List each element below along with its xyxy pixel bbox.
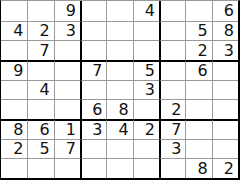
cell-r8c4[interactable]	[80, 139, 106, 159]
cell-r3c3[interactable]	[54, 40, 80, 60]
cell-r2c6[interactable]	[133, 21, 159, 41]
cell-r2c7[interactable]	[159, 21, 185, 41]
cell-r4c6[interactable]: 5	[133, 60, 159, 80]
cell-r4c7[interactable]	[159, 60, 185, 80]
cell-r4c5[interactable]	[106, 60, 132, 80]
cell-r9c7[interactable]	[159, 158, 185, 178]
cell-r7c3[interactable]: 1	[54, 119, 80, 139]
cell-r8c6[interactable]	[133, 139, 159, 159]
cell-r1c2[interactable]	[27, 1, 53, 21]
cell-r4c2[interactable]	[27, 60, 53, 80]
cell-r6c8[interactable]	[185, 99, 211, 119]
cell-r1c3[interactable]: 9	[54, 1, 80, 21]
cell-r4c3[interactable]	[54, 60, 80, 80]
cell-r7c5[interactable]: 4	[106, 119, 132, 139]
cell-r5c9[interactable]	[212, 80, 238, 100]
cell-r7c4[interactable]: 3	[80, 119, 106, 139]
cell-r8c3[interactable]: 7	[54, 139, 80, 159]
cell-r2c9[interactable]: 8	[212, 21, 238, 41]
cell-r2c3[interactable]: 3	[54, 21, 80, 41]
sudoku-board: 946423587239756436828613427257382	[0, 0, 240, 180]
cell-r2c4[interactable]	[80, 21, 106, 41]
cell-r8c5[interactable]	[106, 139, 132, 159]
sudoku-puzzle: 946423587239756436828613427257382	[0, 0, 240, 180]
cell-r5c4[interactable]	[80, 80, 106, 100]
cell-r5c8[interactable]	[185, 80, 211, 100]
cell-r6c9[interactable]	[212, 99, 238, 119]
cell-r8c8[interactable]	[185, 139, 211, 159]
cell-r9c6[interactable]	[133, 158, 159, 178]
cell-r7c8[interactable]	[185, 119, 211, 139]
cell-r7c2[interactable]: 6	[27, 119, 53, 139]
cell-r5c1[interactable]	[1, 80, 27, 100]
cell-r7c7[interactable]: 7	[159, 119, 185, 139]
cell-r9c9[interactable]: 2	[212, 158, 238, 178]
cell-r3c6[interactable]	[133, 40, 159, 60]
cell-r9c4[interactable]	[80, 158, 106, 178]
cell-r7c9[interactable]	[212, 119, 238, 139]
cell-r1c5[interactable]	[106, 1, 132, 21]
cell-r6c3[interactable]	[54, 99, 80, 119]
cell-r4c1[interactable]: 9	[1, 60, 27, 80]
cell-r8c2[interactable]: 5	[27, 139, 53, 159]
cell-r9c2[interactable]	[27, 158, 53, 178]
cell-r5c3[interactable]	[54, 80, 80, 100]
cell-r3c2[interactable]: 7	[27, 40, 53, 60]
cell-r1c6[interactable]: 4	[133, 1, 159, 21]
cell-r9c8[interactable]: 8	[185, 158, 211, 178]
cell-r6c2[interactable]	[27, 99, 53, 119]
cell-r1c7[interactable]	[159, 1, 185, 21]
cell-r3c5[interactable]	[106, 40, 132, 60]
cell-r8c9[interactable]	[212, 139, 238, 159]
cell-r3c1[interactable]	[1, 40, 27, 60]
cell-r4c4[interactable]: 7	[80, 60, 106, 80]
cell-r2c2[interactable]: 2	[27, 21, 53, 41]
cell-r5c6[interactable]: 3	[133, 80, 159, 100]
cell-r2c8[interactable]: 5	[185, 21, 211, 41]
cell-r6c6[interactable]	[133, 99, 159, 119]
cell-r1c9[interactable]: 6	[212, 1, 238, 21]
cell-r8c7[interactable]: 3	[159, 139, 185, 159]
cell-r5c7[interactable]	[159, 80, 185, 100]
cell-r5c5[interactable]	[106, 80, 132, 100]
cell-r8c1[interactable]: 2	[1, 139, 27, 159]
cell-r9c5[interactable]	[106, 158, 132, 178]
cell-r6c5[interactable]: 8	[106, 99, 132, 119]
cell-r4c8[interactable]: 6	[185, 60, 211, 80]
cell-r5c2[interactable]: 4	[27, 80, 53, 100]
cell-r4c9[interactable]	[212, 60, 238, 80]
cell-r3c8[interactable]: 2	[185, 40, 211, 60]
cell-r1c4[interactable]	[80, 1, 106, 21]
cell-r3c9[interactable]: 3	[212, 40, 238, 60]
cell-r2c1[interactable]: 4	[1, 21, 27, 41]
cell-r1c8[interactable]	[185, 1, 211, 21]
cell-r3c7[interactable]	[159, 40, 185, 60]
cell-r2c5[interactable]	[106, 21, 132, 41]
cell-r6c4[interactable]: 6	[80, 99, 106, 119]
cell-r7c1[interactable]: 8	[1, 119, 27, 139]
cell-r9c3[interactable]	[54, 158, 80, 178]
cell-r6c7[interactable]: 2	[159, 99, 185, 119]
cell-r3c4[interactable]	[80, 40, 106, 60]
cell-r6c1[interactable]	[1, 99, 27, 119]
cell-r9c1[interactable]	[1, 158, 27, 178]
cell-r7c6[interactable]: 2	[133, 119, 159, 139]
cell-r1c1[interactable]	[1, 1, 27, 21]
